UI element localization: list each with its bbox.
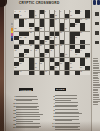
cell-number: 15	[25, 18, 27, 20]
black-square	[75, 71, 80, 75]
adjacent-page-micro-text	[93, 94, 99, 95]
cell-number: 4	[35, 10, 36, 12]
cell-number: 13	[70, 14, 72, 16]
cell-number: 19	[85, 18, 87, 20]
black-square	[14, 71, 19, 75]
cell-number: 22	[30, 27, 32, 29]
clue-text-illegible	[16, 126, 50, 129]
adjacent-page-micro-text	[93, 73, 98, 74]
adjacent-page-micro-text	[93, 78, 99, 79]
cell-number: 42	[50, 49, 52, 51]
cell-number: 61	[45, 70, 47, 72]
color-swatch	[11, 38, 14, 40]
cell-number: 46	[45, 53, 47, 55]
clue-number: 14	[52, 122, 55, 124]
cell-number: 34	[20, 44, 22, 46]
cell-number: 38	[60, 44, 62, 46]
clue-item: 21	[13, 126, 51, 129]
cell-number: 39	[15, 49, 17, 51]
clue-text-illegible	[55, 129, 90, 130]
adjacent-page-micro-text	[93, 77, 98, 78]
adjacent-page-micro-text	[93, 63, 98, 64]
down-header: DOWN	[55, 88, 66, 91]
cell-number: 27	[80, 31, 82, 33]
adjacent-page-micro-text	[93, 61, 98, 62]
clue-number: 16	[13, 119, 16, 122]
cell-number: 43	[70, 49, 72, 51]
adjacent-page-micro-text	[93, 85, 100, 86]
clue-item: 11	[13, 105, 51, 108]
clue-item: 2	[52, 95, 90, 97]
clue-item: 1	[13, 95, 51, 97]
clue-number: 17	[52, 125, 55, 128]
clue-number: 5	[13, 98, 16, 101]
clue-item: 13	[13, 112, 51, 115]
clue-item: 3	[52, 98, 90, 101]
cell-number: 24	[65, 27, 67, 29]
clue-number: 5	[52, 105, 55, 108]
clue-item: 5	[13, 98, 51, 101]
adjacent-page-micro-text	[93, 58, 98, 59]
clue-number: 13	[13, 112, 16, 115]
adjacent-page-micro-text	[93, 104, 98, 105]
clue-item: 17	[52, 125, 90, 128]
adjacent-page-micro-text	[93, 65, 99, 66]
cell-number: 8	[70, 10, 71, 12]
adjacent-page-micro-text	[93, 70, 100, 71]
clue-number: 6	[52, 109, 55, 111]
cell-number: 45	[25, 53, 27, 55]
crossword-grid: 1234567891011121314151617181920212223242…	[14, 10, 90, 75]
clue-item: 10	[13, 102, 51, 104]
cell-number: 56	[35, 66, 37, 68]
newspaper-photo: CRYPTIC CROSSWORD 1234567891011121314151…	[0, 0, 100, 131]
cell-number: 9	[80, 10, 81, 12]
clue-item: 18	[13, 123, 51, 125]
cell-number: 40	[30, 49, 32, 51]
cell-number: 23	[40, 27, 42, 29]
clue-number: 19	[52, 129, 55, 130]
adjacent-page-micro-text	[93, 95, 99, 96]
cell-number: 59	[80, 66, 82, 68]
across-header: ACROSS	[19, 88, 33, 91]
clue-text-illegible	[16, 102, 50, 104]
cell-number: 35	[30, 44, 32, 46]
white-square: 62	[80, 71, 85, 75]
adjacent-page-micro-text	[93, 67, 99, 68]
cell-number: 12	[55, 14, 57, 16]
clue-text-illegible	[55, 112, 90, 115]
clue-text-illegible	[16, 123, 50, 125]
clue-item: 8	[52, 115, 90, 117]
clue-number: 9	[52, 118, 55, 121]
white-square: 60	[19, 71, 24, 75]
black-square	[55, 71, 60, 75]
clue-text-illegible	[16, 119, 50, 122]
cell-number: 6	[55, 10, 56, 12]
across-clues-column: ACROSS 151011121315161821232425262728303…	[13, 77, 51, 130]
cell-number: 52	[40, 62, 42, 64]
down-clue-list: 2345678914171920222326272931323334353638…	[52, 95, 90, 130]
clue-item: 19	[52, 129, 90, 130]
adjacent-page-micro-text	[93, 92, 98, 93]
cell-number: 21	[15, 27, 17, 29]
cell-number: 47	[65, 53, 67, 55]
cell-number: 49	[85, 57, 87, 59]
clue-number: 7	[52, 112, 55, 115]
clue-item: 15	[13, 116, 51, 118]
adjacent-page-dark-block	[95, 22, 99, 26]
adjacent-page-micro-text	[93, 97, 99, 98]
cell-number: 3	[25, 10, 26, 12]
cell-number: 2	[20, 10, 21, 12]
clue-text-illegible	[55, 105, 90, 108]
clue-number: 1	[13, 95, 16, 97]
clue-text-illegible	[55, 115, 90, 117]
adjacent-page-micro-text	[93, 89, 98, 90]
black-square	[29, 71, 34, 75]
clue-text-illegible	[55, 109, 90, 111]
black-square	[40, 71, 45, 75]
clue-text-illegible	[16, 98, 50, 101]
cell-number: 41	[35, 49, 37, 51]
print-color-registration-bar	[11, 23, 14, 41]
cell-number: 5	[45, 10, 46, 12]
cell-number: 33	[45, 40, 47, 42]
cell-number: 17	[65, 18, 67, 20]
photo-background-edge	[0, 0, 4, 131]
clue-number: 21	[13, 126, 16, 129]
cell-number: 32	[75, 36, 77, 38]
adjacent-page-micro-text	[93, 68, 99, 69]
adjacent-headline-fragment	[93, 0, 96, 5]
clue-number: 15	[13, 116, 16, 118]
cell-number: 11	[35, 14, 37, 16]
cell-number: 7	[60, 10, 61, 12]
clue-text-illegible	[16, 116, 50, 118]
clue-item: 9	[52, 118, 90, 121]
clue-item: 14	[52, 122, 90, 124]
black-square	[65, 71, 70, 75]
cell-number: 36	[40, 44, 42, 46]
white-square	[35, 71, 40, 75]
cell-number: 25	[30, 31, 32, 33]
cell-number: 60	[20, 70, 22, 72]
cell-number: 48	[75, 53, 77, 55]
clue-number: 11	[13, 105, 16, 108]
cell-number: 14	[15, 18, 17, 20]
cell-number: 55	[15, 66, 17, 68]
clue-item: 12	[13, 109, 51, 111]
adjacent-page-micro-text	[93, 99, 100, 100]
cell-number: 58	[70, 66, 72, 68]
adjacent-page-micro-text	[93, 80, 99, 81]
clue-number: 3	[52, 98, 55, 101]
white-square	[50, 71, 55, 75]
clue-item: 7	[52, 112, 90, 115]
down-clues-column: DOWN 23456789141719202223262729313233343…	[52, 76, 90, 129]
clue-item: 16	[13, 119, 51, 122]
clue-text-illegible	[55, 118, 90, 121]
clue-number: 4	[52, 102, 55, 104]
cell-number: 30	[50, 36, 52, 38]
adjacent-page-dark-block	[95, 41, 99, 45]
adjacent-page-dark-block	[95, 31, 99, 35]
clue-number: 2	[52, 95, 55, 97]
puzzle-title: CRYPTIC CROSSWORD	[19, 2, 59, 5]
cell-number: 53	[60, 62, 62, 64]
clue-text-illegible	[55, 122, 90, 124]
adjacent-page-micro-text	[93, 82, 99, 83]
clue-text-illegible	[55, 98, 90, 101]
cell-number: 51	[35, 62, 37, 64]
clue-text-illegible	[55, 102, 90, 104]
cell-number: 16	[55, 18, 57, 20]
white-square	[24, 71, 29, 75]
newspaper-fold-crease	[5, 0, 6, 131]
cell-number: 31	[55, 36, 57, 38]
adjacent-page-micro-text	[93, 87, 100, 88]
cell-number: 1	[15, 10, 16, 12]
clue-number: 18	[13, 123, 16, 125]
clue-text-illegible	[16, 109, 50, 111]
cell-number: 37	[55, 44, 57, 46]
clue-text-illegible	[16, 112, 50, 115]
cell-number: 29	[25, 36, 27, 38]
adjacent-page-micro-text	[93, 90, 98, 91]
adjacent-headline-fragment	[97, 0, 100, 5]
cell-number: 18	[80, 18, 82, 20]
clue-text-illegible	[16, 95, 50, 97]
clue-number: 12	[13, 109, 16, 111]
cell-number: 26	[60, 31, 62, 33]
white-square	[60, 71, 65, 75]
cell-number: 57	[55, 66, 57, 68]
white-square	[85, 71, 90, 75]
adjacent-page-micro-text	[93, 101, 100, 102]
cell-number: 20	[75, 23, 77, 25]
clue-text-illegible	[16, 105, 50, 108]
adjacent-page-strip	[92, 0, 100, 131]
adjacent-page-dark-block	[95, 12, 99, 16]
white-square: 61	[45, 71, 50, 75]
cell-number: 54	[70, 62, 72, 64]
adjacent-page-micro-text	[93, 75, 98, 76]
cell-number: 62	[80, 70, 82, 72]
clue-item: 4	[52, 102, 90, 104]
adjacent-page-micro-text	[93, 60, 98, 61]
adjacent-page-micro-text	[93, 72, 100, 73]
cell-number: 28	[20, 36, 22, 38]
clue-item: 5	[52, 105, 90, 108]
across-clue-list: 1510111213151618212324252627283032343637…	[13, 95, 51, 129]
cell-number: 44	[80, 49, 82, 51]
clue-text-illegible	[55, 95, 90, 97]
cell-number: 50	[20, 62, 22, 64]
cell-number: 10	[20, 14, 22, 16]
clue-text-illegible	[55, 125, 90, 128]
adjacent-page-micro-text	[93, 102, 98, 103]
white-square	[70, 71, 75, 75]
clue-number: 8	[52, 115, 55, 117]
clue-item: 6	[52, 109, 90, 111]
clue-number: 10	[13, 102, 16, 104]
adjacent-page-micro-text	[93, 84, 99, 85]
